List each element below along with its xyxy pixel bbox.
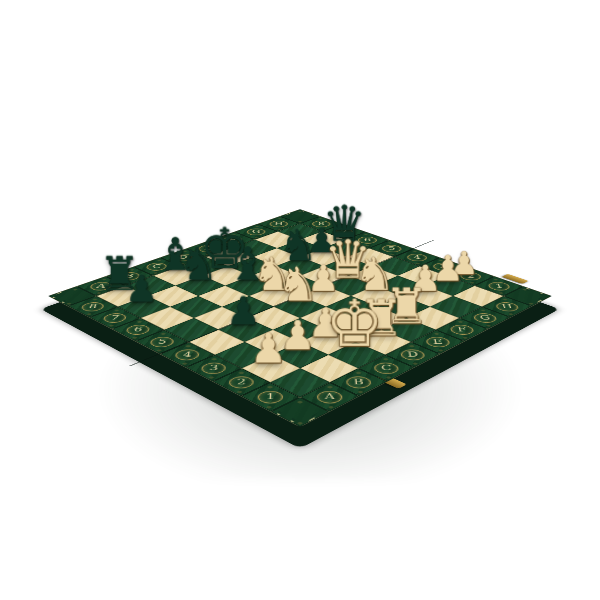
rank-bottom-label-1: 1 xyxy=(257,391,283,403)
rank-top-label-1: 1 xyxy=(487,282,511,290)
file-right-label-h: H xyxy=(495,302,520,311)
rank-bottom-label-5: 5 xyxy=(149,337,174,347)
file-right-label-g: G xyxy=(473,313,498,322)
rank-bottom-label-4: 4 xyxy=(174,349,200,360)
square-a7[interactable]: ♟ xyxy=(118,296,170,318)
photo-scene: ♛♟♟♟♞♛♞♟♜♚♝♞♞♜♝♞♟♚♟♟♜♟♟ 88HH77GG66FF55EE… xyxy=(0,0,600,600)
file-right-label-b: B xyxy=(346,376,372,388)
white-king-c1[interactable]: ♚ xyxy=(326,291,384,356)
black-knight-c7[interactable]: ♞ xyxy=(178,241,218,286)
black-pawn-a7[interactable]: ♟ xyxy=(125,271,158,308)
rank-bottom-label-2: 2 xyxy=(228,376,254,388)
file-right-label-f: F xyxy=(449,325,474,335)
file-right-label-d: D xyxy=(400,349,426,360)
rank-bottom-label-7: 7 xyxy=(102,313,127,322)
file-right-label-c: C xyxy=(374,362,400,373)
rank-bottom-label-6: 6 xyxy=(125,325,150,335)
file-right-label-e: E xyxy=(425,337,450,347)
rank-bottom-label-3: 3 xyxy=(201,362,227,373)
white-pawn-a2[interactable]: ♟ xyxy=(250,328,287,369)
rank-bottom-label-8: 8 xyxy=(80,302,105,311)
file-right-label-a: A xyxy=(317,391,343,403)
